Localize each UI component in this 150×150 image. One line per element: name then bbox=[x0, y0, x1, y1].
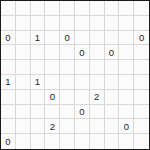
cell[interactable]: 0 bbox=[45, 90, 60, 105]
cell[interactable] bbox=[1, 119, 16, 134]
cell[interactable] bbox=[134, 119, 149, 134]
cell[interactable] bbox=[60, 75, 75, 90]
clue-number: 0 bbox=[79, 107, 84, 117]
cell[interactable] bbox=[1, 60, 16, 75]
cell[interactable] bbox=[45, 16, 60, 31]
cell[interactable] bbox=[60, 90, 75, 105]
cell[interactable] bbox=[60, 60, 75, 75]
cell[interactable] bbox=[75, 119, 90, 134]
cell[interactable] bbox=[60, 45, 75, 60]
cell[interactable] bbox=[75, 75, 90, 90]
cell[interactable]: 1 bbox=[1, 75, 16, 90]
cell[interactable] bbox=[1, 105, 16, 120]
cell[interactable] bbox=[1, 1, 16, 16]
cell[interactable] bbox=[75, 90, 90, 105]
cell[interactable] bbox=[75, 134, 90, 149]
cell[interactable] bbox=[75, 16, 90, 31]
cell[interactable]: 1 bbox=[31, 31, 46, 46]
cell[interactable] bbox=[90, 45, 105, 60]
cell[interactable] bbox=[105, 60, 120, 75]
cell[interactable] bbox=[31, 119, 46, 134]
cell[interactable] bbox=[16, 60, 31, 75]
cell[interactable] bbox=[45, 105, 60, 120]
cell[interactable]: 0 bbox=[119, 119, 134, 134]
cell[interactable] bbox=[90, 134, 105, 149]
clue-number: 1 bbox=[5, 77, 10, 87]
cell[interactable] bbox=[16, 134, 31, 149]
cell[interactable] bbox=[134, 60, 149, 75]
cell[interactable]: 0 bbox=[75, 45, 90, 60]
cell[interactable]: 2 bbox=[90, 90, 105, 105]
cell[interactable] bbox=[31, 60, 46, 75]
cell[interactable] bbox=[119, 45, 134, 60]
cell[interactable] bbox=[105, 31, 120, 46]
cell[interactable]: 2 bbox=[45, 119, 60, 134]
clue-number: 0 bbox=[5, 33, 10, 43]
cell[interactable] bbox=[45, 45, 60, 60]
cell[interactable] bbox=[1, 90, 16, 105]
clue-number: 0 bbox=[79, 48, 84, 58]
cell[interactable] bbox=[16, 45, 31, 60]
clue-number: 0 bbox=[139, 33, 144, 43]
cell[interactable] bbox=[119, 105, 134, 120]
cell[interactable] bbox=[119, 134, 134, 149]
cell[interactable] bbox=[75, 31, 90, 46]
cell[interactable] bbox=[45, 1, 60, 16]
cell[interactable] bbox=[31, 105, 46, 120]
cell[interactable] bbox=[16, 1, 31, 16]
cell[interactable] bbox=[60, 105, 75, 120]
cell[interactable] bbox=[105, 75, 120, 90]
cell[interactable] bbox=[134, 90, 149, 105]
cell[interactable] bbox=[90, 60, 105, 75]
cell[interactable] bbox=[60, 1, 75, 16]
cell[interactable]: 0 bbox=[1, 31, 16, 46]
cell[interactable] bbox=[105, 119, 120, 134]
cell[interactable] bbox=[105, 1, 120, 16]
cell[interactable] bbox=[60, 119, 75, 134]
cell[interactable] bbox=[90, 119, 105, 134]
cell[interactable] bbox=[45, 60, 60, 75]
cell[interactable] bbox=[16, 31, 31, 46]
cell[interactable] bbox=[16, 16, 31, 31]
cell[interactable] bbox=[31, 45, 46, 60]
cell[interactable] bbox=[119, 90, 134, 105]
cell[interactable]: 0 bbox=[75, 105, 90, 120]
cell[interactable] bbox=[31, 16, 46, 31]
cell[interactable] bbox=[105, 105, 120, 120]
cell[interactable] bbox=[1, 45, 16, 60]
cell[interactable] bbox=[60, 16, 75, 31]
cell[interactable]: 0 bbox=[105, 45, 120, 60]
cell[interactable] bbox=[31, 1, 46, 16]
cell[interactable] bbox=[45, 134, 60, 149]
clue-number: 0 bbox=[5, 137, 10, 147]
puzzle-board: 01000011020200 bbox=[0, 0, 150, 150]
cell[interactable] bbox=[119, 60, 134, 75]
cell[interactable] bbox=[90, 75, 105, 90]
cell[interactable] bbox=[134, 1, 149, 16]
cell[interactable] bbox=[16, 105, 31, 120]
clue-number: 0 bbox=[124, 122, 129, 132]
cell[interactable] bbox=[90, 105, 105, 120]
clue-number: 1 bbox=[35, 33, 40, 43]
cell[interactable]: 0 bbox=[134, 31, 149, 46]
cell[interactable] bbox=[119, 1, 134, 16]
cell[interactable] bbox=[134, 75, 149, 90]
cell[interactable] bbox=[119, 75, 134, 90]
cell[interactable] bbox=[16, 75, 31, 90]
cell[interactable] bbox=[90, 16, 105, 31]
clue-number: 0 bbox=[50, 92, 55, 102]
cell[interactable] bbox=[75, 1, 90, 16]
cell[interactable] bbox=[134, 105, 149, 120]
cell[interactable] bbox=[45, 75, 60, 90]
cell[interactable] bbox=[1, 16, 16, 31]
cell[interactable] bbox=[119, 31, 134, 46]
cell[interactable]: 0 bbox=[1, 134, 16, 149]
cell[interactable] bbox=[60, 134, 75, 149]
cell[interactable] bbox=[134, 45, 149, 60]
cell[interactable] bbox=[90, 1, 105, 16]
clue-number: 1 bbox=[35, 77, 40, 87]
cell[interactable] bbox=[75, 60, 90, 75]
cell[interactable]: 0 bbox=[60, 31, 75, 46]
clue-number: 0 bbox=[109, 48, 114, 58]
cell[interactable] bbox=[31, 90, 46, 105]
cell[interactable] bbox=[105, 16, 120, 31]
cell[interactable] bbox=[16, 119, 31, 134]
cell[interactable]: 1 bbox=[31, 75, 46, 90]
cell[interactable] bbox=[134, 134, 149, 149]
cell[interactable] bbox=[31, 134, 46, 149]
cell[interactable] bbox=[119, 16, 134, 31]
cell[interactable] bbox=[134, 16, 149, 31]
clue-number: 0 bbox=[64, 33, 69, 43]
cell[interactable] bbox=[16, 90, 31, 105]
cell[interactable] bbox=[90, 31, 105, 46]
cell[interactable] bbox=[105, 90, 120, 105]
clue-number: 2 bbox=[94, 92, 99, 102]
cell[interactable] bbox=[105, 134, 120, 149]
clue-number: 2 bbox=[50, 122, 55, 132]
cell[interactable] bbox=[45, 31, 60, 46]
